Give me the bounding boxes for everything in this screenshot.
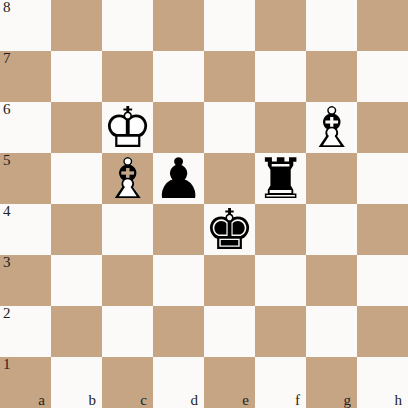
square-d4[interactable] <box>153 204 204 255</box>
square-b5[interactable] <box>51 153 102 204</box>
square-a3[interactable]: 3 <box>0 255 51 306</box>
square-g2[interactable] <box>306 306 357 357</box>
rank-label-3: 3 <box>3 254 11 270</box>
white-piece-outline: ♗ <box>306 100 356 156</box>
rank-label-5: 5 <box>3 152 11 168</box>
file-label-h: h <box>395 393 403 408</box>
black-piece-glyph: ♜ <box>255 151 305 207</box>
file-label-f: f <box>295 393 300 408</box>
square-h2[interactable] <box>357 306 408 357</box>
square-d5[interactable]: ♟ <box>153 153 204 204</box>
square-c2[interactable] <box>102 306 153 357</box>
square-e6[interactable] <box>204 102 255 153</box>
square-h6[interactable] <box>357 102 408 153</box>
rank-label-8: 8 <box>3 0 11 15</box>
file-label-c: c <box>140 393 147 408</box>
rank-label-7: 7 <box>3 50 11 66</box>
black-piece-glyph: ♚ <box>204 202 254 258</box>
square-a5[interactable]: 5 <box>0 153 51 204</box>
piece-black-king-e4[interactable]: ♚ <box>204 204 255 255</box>
square-a7[interactable]: 7 <box>0 51 51 102</box>
square-f8[interactable] <box>255 0 306 51</box>
rank-label-6: 6 <box>3 101 11 117</box>
chess-board: 876♚♔♝♗5♝♗♟♜4♚321abcdefgh <box>0 0 408 408</box>
square-d2[interactable] <box>153 306 204 357</box>
square-b4[interactable] <box>51 204 102 255</box>
square-a2[interactable]: 2 <box>0 306 51 357</box>
square-b1[interactable]: b <box>51 357 102 408</box>
square-f5[interactable]: ♜ <box>255 153 306 204</box>
square-g6[interactable]: ♝♗ <box>306 102 357 153</box>
file-label-g: g <box>344 393 352 408</box>
square-g8[interactable] <box>306 0 357 51</box>
file-label-b: b <box>89 393 97 408</box>
square-b8[interactable] <box>51 0 102 51</box>
square-c4[interactable] <box>102 204 153 255</box>
square-c5[interactable]: ♝♗ <box>102 153 153 204</box>
file-label-a: a <box>38 393 45 408</box>
square-b7[interactable] <box>51 51 102 102</box>
square-e7[interactable] <box>204 51 255 102</box>
square-e8[interactable] <box>204 0 255 51</box>
square-b3[interactable] <box>51 255 102 306</box>
square-d8[interactable] <box>153 0 204 51</box>
white-piece-outline: ♗ <box>102 151 152 207</box>
square-g5[interactable] <box>306 153 357 204</box>
square-f4[interactable] <box>255 204 306 255</box>
square-h8[interactable] <box>357 0 408 51</box>
rank-label-1: 1 <box>3 356 11 372</box>
square-g4[interactable] <box>306 204 357 255</box>
square-a6[interactable]: 6 <box>0 102 51 153</box>
square-a4[interactable]: 4 <box>0 204 51 255</box>
square-a1[interactable]: 1a <box>0 357 51 408</box>
square-c3[interactable] <box>102 255 153 306</box>
rank-label-2: 2 <box>3 305 11 321</box>
square-c8[interactable] <box>102 0 153 51</box>
square-e4[interactable]: ♚ <box>204 204 255 255</box>
piece-black-rook-f5[interactable]: ♜ <box>255 153 306 204</box>
piece-black-pawn-d5[interactable]: ♟ <box>153 153 204 204</box>
square-e1[interactable]: e <box>204 357 255 408</box>
square-b2[interactable] <box>51 306 102 357</box>
square-a8[interactable]: 8 <box>0 0 51 51</box>
square-f2[interactable] <box>255 306 306 357</box>
square-f7[interactable] <box>255 51 306 102</box>
square-g3[interactable] <box>306 255 357 306</box>
square-h5[interactable] <box>357 153 408 204</box>
square-d7[interactable] <box>153 51 204 102</box>
square-g1[interactable]: g <box>306 357 357 408</box>
square-h7[interactable] <box>357 51 408 102</box>
square-h4[interactable] <box>357 204 408 255</box>
piece-white-bishop-g6[interactable]: ♝♗ <box>306 102 357 153</box>
square-h3[interactable] <box>357 255 408 306</box>
file-label-e: e <box>242 393 249 408</box>
square-f1[interactable]: f <box>255 357 306 408</box>
square-h1[interactable]: h <box>357 357 408 408</box>
square-e3[interactable] <box>204 255 255 306</box>
file-label-d: d <box>191 393 199 408</box>
square-c1[interactable]: c <box>102 357 153 408</box>
black-piece-glyph: ♟ <box>153 151 203 207</box>
square-d3[interactable] <box>153 255 204 306</box>
rank-label-4: 4 <box>3 203 11 219</box>
square-d1[interactable]: d <box>153 357 204 408</box>
piece-white-bishop-c5[interactable]: ♝♗ <box>102 153 153 204</box>
square-b6[interactable] <box>51 102 102 153</box>
square-f3[interactable] <box>255 255 306 306</box>
square-e2[interactable] <box>204 306 255 357</box>
